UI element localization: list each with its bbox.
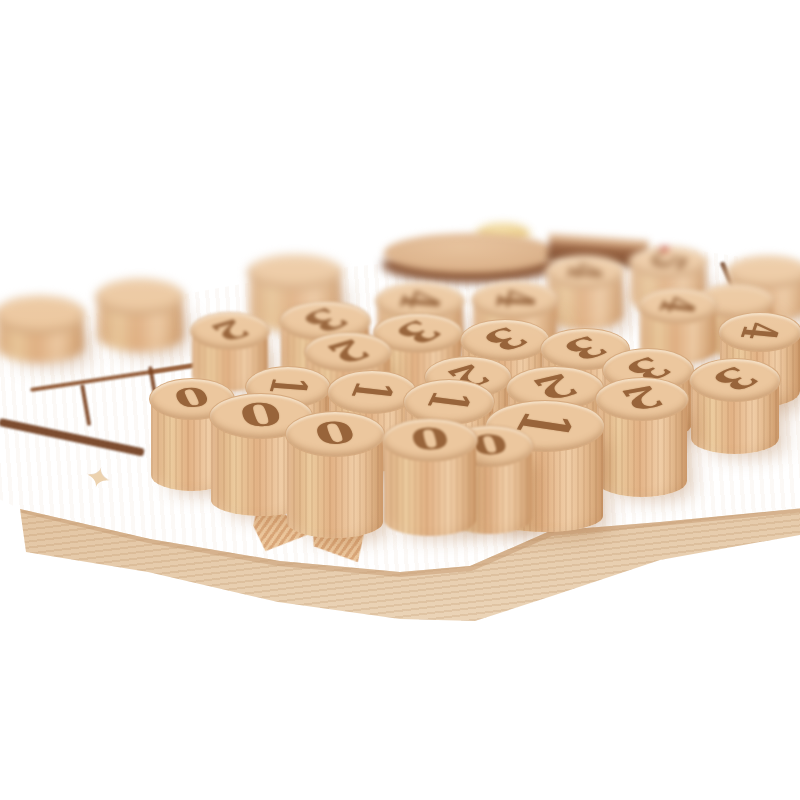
number-peg-0-30[interactable]: 0 xyxy=(382,418,478,536)
peg-top-face: 4 xyxy=(718,312,800,352)
peg-number: 3 xyxy=(704,362,767,395)
peg-top-face: 3 xyxy=(689,358,781,402)
peg-top-face: 2 xyxy=(595,377,689,421)
peg-top-face: 5 xyxy=(628,246,708,278)
peg-top-face xyxy=(247,254,343,290)
peg-number: 0 xyxy=(310,416,361,449)
peg-top-face: 2 xyxy=(190,312,270,350)
number-peg-blank-4[interactable] xyxy=(95,278,185,352)
dial-disc[interactable] xyxy=(384,233,556,273)
number-peg-blank-9[interactable] xyxy=(0,295,86,363)
peg-top-face: 3 xyxy=(460,319,550,361)
red-paint-mark xyxy=(660,246,669,252)
peg-number: 4 xyxy=(733,320,786,341)
peg-top-face: 4 xyxy=(638,288,718,324)
peg-top-face: 4 xyxy=(471,281,559,319)
peg-top-face: 0 xyxy=(382,418,478,462)
peg-number: 4 xyxy=(652,294,704,316)
peg-number: 3 xyxy=(387,316,449,348)
peg-number: 0 xyxy=(407,423,453,454)
number-peg-0-28[interactable]: 0 xyxy=(285,411,385,538)
peg-number: 2 xyxy=(205,316,256,345)
peg-number: 1 xyxy=(343,379,401,403)
peg-top-face: 0 xyxy=(285,411,385,457)
peg-number: 3 xyxy=(475,323,536,356)
number-peg-2-23[interactable]: 2 xyxy=(595,377,689,497)
peg-number: 4 xyxy=(488,288,542,309)
peg-number: 0 xyxy=(235,398,287,432)
peg-number: 2 xyxy=(615,381,669,414)
math-board-photo: ✦ 45444324333232321120101000 xyxy=(0,0,800,800)
peg-number: 4 xyxy=(391,288,448,311)
peg-number: 2 xyxy=(320,335,376,367)
number-peg-3-19[interactable]: 3 xyxy=(689,358,781,454)
peg-number: 4 xyxy=(560,261,611,282)
peg-number: 1 xyxy=(419,388,479,413)
peg-number: 5 xyxy=(641,249,695,273)
peg-top-face xyxy=(95,278,185,316)
peg-number: 0 xyxy=(170,384,215,413)
